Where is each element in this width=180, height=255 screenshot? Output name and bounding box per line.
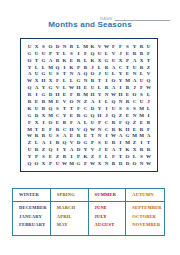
grid-cell-r18c10[interactable]: W bbox=[89, 160, 96, 167]
grid-cell-r4c1[interactable]: Y bbox=[26, 64, 33, 71]
grid-cell-r6c15[interactable]: M bbox=[124, 77, 131, 84]
grid-cell-r4c7[interactable]: K bbox=[68, 64, 75, 71]
grid-cell-r17c5[interactable]: Z bbox=[54, 153, 61, 160]
grid-cell-r2c16[interactable]: R bbox=[131, 50, 138, 57]
grid-cell-r8c10[interactable]: H bbox=[89, 91, 96, 98]
grid-cell-r11c18[interactable]: I bbox=[145, 112, 152, 119]
grid-cell-r16c14[interactable]: T bbox=[117, 146, 124, 153]
grid-cell-r13c14[interactable]: K bbox=[117, 126, 124, 133]
grid-cell-r18c11[interactable]: X bbox=[96, 160, 103, 167]
grid-cell-r6c6[interactable]: L bbox=[61, 77, 68, 84]
grid-cell-r2c14[interactable]: J bbox=[117, 50, 124, 57]
grid-cell-r2c11[interactable]: U bbox=[96, 50, 103, 57]
grid-cell-r18c14[interactable]: D bbox=[117, 160, 124, 167]
grid-cell-r4c6[interactable]: I bbox=[61, 64, 68, 71]
grid-cell-r3c18[interactable]: T bbox=[145, 57, 152, 64]
grid-cell-r6c16[interactable]: A bbox=[131, 77, 138, 84]
grid-cell-r6c11[interactable]: T bbox=[96, 77, 103, 84]
grid-cell-r16c9[interactable]: Y bbox=[82, 146, 89, 153]
grid-cell-r12c2[interactable]: X bbox=[33, 119, 40, 126]
grid-cell-r5c11[interactable]: J bbox=[96, 71, 103, 78]
grid-cell-r3c2[interactable]: T bbox=[33, 57, 40, 64]
grid-cell-r1c14[interactable]: F bbox=[117, 43, 124, 50]
grid-cell-r7c12[interactable]: R bbox=[103, 84, 110, 91]
grid-cell-r9c4[interactable]: M bbox=[47, 98, 54, 105]
grid-cell-r3c11[interactable]: X bbox=[96, 57, 103, 64]
grid-cell-r13c2[interactable]: T bbox=[33, 126, 40, 133]
grid-cell-r1c8[interactable]: L bbox=[75, 43, 82, 50]
grid-cell-r8c8[interactable]: B bbox=[75, 91, 82, 98]
grid-cell-r4c15[interactable]: T bbox=[124, 64, 131, 71]
grid-cell-r14c10[interactable]: T bbox=[89, 133, 96, 140]
grid-cell-r15c4[interactable]: I bbox=[47, 139, 54, 146]
grid-cell-r13c4[interactable]: F bbox=[47, 126, 54, 133]
grid-cell-r9c10[interactable]: A bbox=[89, 98, 96, 105]
grid-cell-r12c11[interactable]: P bbox=[96, 119, 103, 126]
grid-cell-r16c18[interactable]: R bbox=[145, 146, 152, 153]
grid-cell-r12c14[interactable]: F bbox=[117, 119, 124, 126]
grid-cell-r14c15[interactable]: G bbox=[124, 133, 131, 140]
grid-cell-r14c2[interactable]: R bbox=[33, 133, 40, 140]
grid-cell-r16c4[interactable]: Q bbox=[47, 146, 54, 153]
grid-cell-r17c7[interactable]: I bbox=[68, 153, 75, 160]
grid-cell-r9c15[interactable]: R bbox=[124, 98, 131, 105]
grid-cell-r16c8[interactable]: D bbox=[75, 146, 82, 153]
grid-cell-r3c9[interactable]: L bbox=[82, 57, 89, 64]
grid-cell-r6c9[interactable]: N bbox=[82, 77, 89, 84]
grid-cell-r16c12[interactable]: E bbox=[103, 146, 110, 153]
grid-cell-r14c17[interactable]: M bbox=[138, 133, 145, 140]
grid-cell-r15c6[interactable]: Q bbox=[61, 139, 68, 146]
grid-cell-r16c6[interactable]: Y bbox=[61, 146, 68, 153]
grid-cell-r7c15[interactable]: B bbox=[124, 84, 131, 91]
grid-cell-r12c5[interactable]: E bbox=[54, 119, 61, 126]
grid-cell-r3c7[interactable]: E bbox=[68, 57, 75, 64]
grid-cell-r14c11[interactable]: N bbox=[96, 133, 103, 140]
grid-cell-r9c17[interactable]: U bbox=[138, 98, 145, 105]
grid-cell-r18c9[interactable]: F bbox=[82, 160, 89, 167]
grid-cell-r5c5[interactable]: S bbox=[54, 71, 61, 78]
grid-cell-r1c16[interactable]: Y bbox=[131, 43, 138, 50]
grid-cell-r8c11[interactable]: Y bbox=[96, 91, 103, 98]
grid-cell-r8c7[interactable]: F bbox=[68, 91, 75, 98]
grid-cell-r17c6[interactable]: B bbox=[61, 153, 68, 160]
grid-cell-r11c4[interactable]: M bbox=[47, 112, 54, 119]
grid-cell-r13c15[interactable]: H bbox=[124, 126, 131, 133]
grid-cell-r3c13[interactable]: U bbox=[110, 57, 117, 64]
grid-cell-r12c3[interactable]: I bbox=[40, 119, 47, 126]
grid-cell-r10c6[interactable]: T bbox=[61, 105, 68, 112]
grid-cell-r9c16[interactable]: C bbox=[131, 98, 138, 105]
grid-cell-r5c7[interactable]: N bbox=[68, 71, 75, 78]
grid-cell-r10c12[interactable]: I bbox=[103, 105, 110, 112]
grid-cell-r10c9[interactable]: C bbox=[82, 105, 89, 112]
grid-cell-r2c4[interactable]: P bbox=[47, 50, 54, 57]
grid-cell-r12c9[interactable]: L bbox=[82, 119, 89, 126]
grid-cell-r15c13[interactable]: R bbox=[110, 139, 117, 146]
grid-cell-r12c12[interactable]: C bbox=[103, 119, 110, 126]
grid-cell-r2c2[interactable]: U bbox=[33, 50, 40, 57]
grid-cell-r11c12[interactable]: J bbox=[103, 112, 110, 119]
grid-cell-r6c8[interactable]: G bbox=[75, 77, 82, 84]
grid-cell-r14c12[interactable]: I bbox=[103, 133, 110, 140]
grid-cell-r6c12[interactable]: I bbox=[103, 77, 110, 84]
grid-cell-r9c2[interactable]: E bbox=[33, 98, 40, 105]
grid-cell-r8c15[interactable]: E bbox=[124, 91, 131, 98]
grid-cell-r4c13[interactable]: A bbox=[110, 64, 117, 71]
grid-cell-r2c7[interactable]: S bbox=[68, 50, 75, 57]
grid-cell-r14c6[interactable]: A bbox=[61, 133, 68, 140]
grid-cell-r3c4[interactable]: A bbox=[47, 57, 54, 64]
grid-cell-r17c8[interactable]: P bbox=[75, 153, 82, 160]
grid-cell-r1c6[interactable]: N bbox=[61, 43, 68, 50]
grid-cell-r4c2[interactable]: L bbox=[33, 64, 40, 71]
grid-cell-r1c17[interactable]: R bbox=[138, 43, 145, 50]
grid-cell-r6c2[interactable]: X bbox=[33, 77, 40, 84]
grid-cell-r3c15[interactable]: P bbox=[124, 57, 131, 64]
grid-cell-r5c18[interactable]: V bbox=[145, 71, 152, 78]
grid-cell-r4c3[interactable]: L bbox=[40, 64, 47, 71]
grid-cell-r9c8[interactable]: N bbox=[75, 98, 82, 105]
grid-cell-r4c18[interactable]: Z bbox=[145, 64, 152, 71]
grid-cell-r2c3[interactable]: U bbox=[40, 50, 47, 57]
grid-cell-r6c18[interactable]: Q bbox=[145, 77, 152, 84]
grid-cell-r15c11[interactable]: S bbox=[96, 139, 103, 146]
grid-cell-r4c8[interactable]: P bbox=[75, 64, 82, 71]
grid-cell-r17c10[interactable]: Z bbox=[89, 153, 96, 160]
grid-cell-r12c1[interactable]: F bbox=[26, 119, 33, 126]
grid-cell-r8c3[interactable]: G bbox=[40, 91, 47, 98]
grid-cell-r2c18[interactable]: F bbox=[145, 50, 152, 57]
grid-cell-r11c15[interactable]: E bbox=[124, 112, 131, 119]
grid-cell-r9c9[interactable]: Z bbox=[82, 98, 89, 105]
grid-cell-r8c18[interactable]: L bbox=[145, 91, 152, 98]
grid-cell-r8c5[interactable]: H bbox=[54, 91, 61, 98]
grid-cell-r8c9[interactable]: M bbox=[82, 91, 89, 98]
grid-cell-r18c15[interactable]: D bbox=[124, 160, 131, 167]
grid-cell-r17c1[interactable]: Y bbox=[26, 153, 33, 160]
grid-cell-r18c4[interactable]: P bbox=[47, 160, 54, 167]
grid-cell-r16c1[interactable]: U bbox=[26, 146, 33, 153]
grid-cell-r12c17[interactable]: E bbox=[138, 119, 145, 126]
grid-cell-r18c1[interactable]: Q bbox=[26, 160, 33, 167]
grid-cell-r1c1[interactable]: U bbox=[26, 43, 33, 50]
grid-cell-r3c10[interactable]: K bbox=[89, 57, 96, 64]
grid-cell-r2c6[interactable]: L bbox=[61, 50, 68, 57]
grid-cell-r12c4[interactable]: O bbox=[47, 119, 54, 126]
grid-cell-r18c6[interactable]: W bbox=[61, 160, 68, 167]
grid-cell-r16c11[interactable]: J bbox=[96, 146, 103, 153]
grid-cell-r5c12[interactable]: U bbox=[103, 71, 110, 78]
grid-cell-r8c6[interactable]: E bbox=[61, 91, 68, 98]
grid-cell-r6c3[interactable]: H bbox=[40, 77, 47, 84]
grid-cell-r4c14[interactable]: C bbox=[117, 64, 124, 71]
grid-cell-r16c3[interactable]: Z bbox=[40, 146, 47, 153]
grid-cell-r12c6[interactable]: B bbox=[61, 119, 68, 126]
grid-cell-r10c13[interactable]: U bbox=[110, 105, 117, 112]
grid-cell-r16c13[interactable]: A bbox=[110, 146, 117, 153]
grid-cell-r13c11[interactable]: N bbox=[96, 126, 103, 133]
grid-cell-r14c14[interactable]: A bbox=[117, 133, 124, 140]
grid-cell-r12c16[interactable]: Z bbox=[131, 119, 138, 126]
grid-cell-r10c1[interactable]: K bbox=[26, 105, 33, 112]
grid-cell-r15c18[interactable]: T bbox=[145, 139, 152, 146]
grid-cell-r1c15[interactable]: S bbox=[124, 43, 131, 50]
grid-cell-r7c14[interactable]: I bbox=[117, 84, 124, 91]
grid-cell-r1c13[interactable]: F bbox=[110, 43, 117, 50]
grid-cell-r10c16[interactable]: S bbox=[131, 105, 138, 112]
grid-cell-r14c4[interactable]: U bbox=[47, 133, 54, 140]
grid-cell-r15c15[interactable]: M bbox=[124, 139, 131, 146]
grid-cell-r13c8[interactable]: V bbox=[75, 126, 82, 133]
grid-cell-r17c12[interactable]: L bbox=[103, 153, 110, 160]
grid-cell-r14c3[interactable]: B bbox=[40, 133, 47, 140]
grid-cell-r11c8[interactable]: R bbox=[75, 112, 82, 119]
grid-cell-r6c4[interactable]: X bbox=[47, 77, 54, 84]
grid-cell-r14c7[interactable]: E bbox=[68, 133, 75, 140]
grid-cell-r9c14[interactable]: N bbox=[117, 98, 124, 105]
grid-cell-r13c7[interactable]: H bbox=[68, 126, 75, 133]
grid-cell-r3c1[interactable]: O bbox=[26, 57, 33, 64]
grid-cell-r4c12[interactable]: R bbox=[103, 64, 110, 71]
grid-cell-r11c1[interactable]: G bbox=[26, 112, 33, 119]
grid-cell-r9c12[interactable]: L bbox=[103, 98, 110, 105]
grid-cell-r15c10[interactable]: P bbox=[89, 139, 96, 146]
grid-cell-r12c10[interactable]: U bbox=[89, 119, 96, 126]
grid-cell-r10c14[interactable]: S bbox=[117, 105, 124, 112]
grid-cell-r13c5[interactable]: R bbox=[54, 126, 61, 133]
grid-cell-r13c13[interactable]: R bbox=[110, 126, 117, 133]
grid-cell-r13c6[interactable]: C bbox=[61, 126, 68, 133]
grid-cell-r9c3[interactable]: B bbox=[40, 98, 47, 105]
grid-cell-r15c14[interactable]: I bbox=[117, 139, 124, 146]
grid-cell-r17c3[interactable]: S bbox=[40, 153, 47, 160]
grid-cell-r10c11[interactable]: Y bbox=[96, 105, 103, 112]
grid-cell-r12c7[interactable]: F bbox=[68, 119, 75, 126]
grid-cell-r7c4[interactable]: G bbox=[47, 84, 54, 91]
grid-cell-r8c12[interactable]: N bbox=[103, 91, 110, 98]
grid-cell-r18c16[interactable]: O bbox=[131, 160, 138, 167]
grid-cell-r7c2[interactable]: A bbox=[33, 84, 40, 91]
grid-cell-r9c18[interactable]: J bbox=[145, 98, 152, 105]
grid-cell-r8c13[interactable]: W bbox=[110, 91, 117, 98]
grid-cell-r3c17[interactable]: X bbox=[138, 57, 145, 64]
grid-cell-r16c7[interactable]: A bbox=[68, 146, 75, 153]
grid-cell-r17c17[interactable]: S bbox=[138, 153, 145, 160]
grid-cell-r7c18[interactable]: W bbox=[145, 84, 152, 91]
grid-cell-r14c18[interactable]: A bbox=[145, 133, 152, 140]
grid-cell-r1c12[interactable]: W bbox=[103, 43, 110, 50]
grid-cell-r16c16[interactable]: X bbox=[131, 146, 138, 153]
grid-cell-r4c16[interactable]: U bbox=[131, 64, 138, 71]
grid-cell-r10c2[interactable]: U bbox=[33, 105, 40, 112]
grid-cell-r17c13[interactable]: F bbox=[110, 153, 117, 160]
grid-cell-r14c13[interactable]: W bbox=[110, 133, 117, 140]
grid-cell-r14c5[interactable]: S bbox=[54, 133, 61, 140]
grid-cell-r1c7[interactable]: B bbox=[68, 43, 75, 50]
grid-cell-r6c7[interactable]: L bbox=[68, 77, 75, 84]
grid-cell-r18c18[interactable]: W bbox=[145, 160, 152, 167]
grid-cell-r11c7[interactable]: E bbox=[68, 112, 75, 119]
grid-cell-r17c16[interactable]: L bbox=[131, 153, 138, 160]
grid-cell-r18c17[interactable]: N bbox=[138, 160, 145, 167]
grid-cell-r5c4[interactable]: U bbox=[47, 71, 54, 78]
grid-cell-r17c11[interactable]: J bbox=[96, 153, 103, 160]
grid-cell-r10c10[interactable]: D bbox=[89, 105, 96, 112]
grid-cell-r9c6[interactable]: V bbox=[61, 98, 68, 105]
grid-cell-r11c16[interactable]: N bbox=[131, 112, 138, 119]
grid-cell-r1c18[interactable]: U bbox=[145, 43, 152, 50]
grid-cell-r11c6[interactable]: Y bbox=[61, 112, 68, 119]
grid-cell-r2c15[interactable]: E bbox=[124, 50, 131, 57]
grid-cell-r4c10[interactable]: J bbox=[89, 64, 96, 71]
grid-cell-r18c12[interactable]: N bbox=[103, 160, 110, 167]
grid-cell-r16c17[interactable]: R bbox=[138, 146, 145, 153]
grid-cell-r15c7[interactable]: V bbox=[68, 139, 75, 146]
grid-cell-r13c16[interactable]: E bbox=[131, 126, 138, 133]
grid-cell-r1c9[interactable]: M bbox=[82, 43, 89, 50]
grid-cell-r13c17[interactable]: R bbox=[138, 126, 145, 133]
grid-cell-r2c5[interactable]: Y bbox=[54, 50, 61, 57]
grid-cell-r5c10[interactable]: O bbox=[89, 71, 96, 78]
grid-cell-r5c14[interactable]: Y bbox=[117, 71, 124, 78]
grid-cell-r2c9[interactable]: F bbox=[82, 50, 89, 57]
grid-cell-r3c12[interactable]: G bbox=[103, 57, 110, 64]
grid-cell-r1c11[interactable]: V bbox=[96, 43, 103, 50]
grid-cell-r5c6[interactable]: T bbox=[61, 71, 68, 78]
grid-cell-r8c14[interactable]: H bbox=[117, 91, 124, 98]
grid-cell-r18c5[interactable]: U bbox=[54, 160, 61, 167]
grid-cell-r10c7[interactable]: T bbox=[68, 105, 75, 112]
grid-cell-r13c10[interactable]: W bbox=[89, 126, 96, 133]
grid-cell-r13c3[interactable]: E bbox=[40, 126, 47, 133]
grid-cell-r4c11[interactable]: L bbox=[96, 64, 103, 71]
grid-cell-r3c6[interactable]: K bbox=[61, 57, 68, 64]
grid-cell-r15c8[interactable]: D bbox=[75, 139, 82, 146]
grid-cell-r1c5[interactable]: D bbox=[54, 43, 61, 50]
grid-cell-r7c5[interactable]: V bbox=[54, 84, 61, 91]
grid-cell-r10c5[interactable]: S bbox=[54, 105, 61, 112]
grid-cell-r3c3[interactable]: G bbox=[40, 57, 47, 64]
grid-cell-r7c11[interactable]: L bbox=[96, 84, 103, 91]
grid-cell-r13c12[interactable]: C bbox=[103, 126, 110, 133]
grid-cell-r16c15[interactable]: K bbox=[124, 146, 131, 153]
grid-cell-r8c2[interactable]: I bbox=[33, 91, 40, 98]
grid-cell-r7c17[interactable]: F bbox=[138, 84, 145, 91]
grid-cell-r6c17[interactable]: U bbox=[138, 77, 145, 84]
grid-cell-r15c16[interactable]: Z bbox=[131, 139, 138, 146]
grid-cell-r6c10[interactable]: R bbox=[89, 77, 96, 84]
grid-cell-r10c8[interactable]: F bbox=[75, 105, 82, 112]
grid-cell-r11c3[interactable]: X bbox=[40, 112, 47, 119]
grid-cell-r9c1[interactable]: R bbox=[26, 98, 33, 105]
grid-cell-r15c1[interactable]: Z bbox=[26, 139, 33, 146]
grid-cell-r18c3[interactable]: X bbox=[40, 160, 47, 167]
grid-cell-r7c6[interactable]: L bbox=[61, 84, 68, 91]
grid-cell-r2c10[interactable]: Q bbox=[89, 50, 96, 57]
grid-cell-r6c13[interactable]: O bbox=[110, 77, 117, 84]
grid-cell-r14c9[interactable]: E bbox=[82, 133, 89, 140]
grid-cell-r1c4[interactable]: O bbox=[47, 43, 54, 50]
grid-cell-r12c13[interactable]: R bbox=[110, 119, 117, 126]
grid-cell-r1c3[interactable]: S bbox=[40, 43, 47, 50]
grid-cell-r15c9[interactable]: G bbox=[82, 139, 89, 146]
grid-cell-r15c5[interactable]: R bbox=[54, 139, 61, 146]
grid-cell-r15c3[interactable]: A bbox=[40, 139, 47, 146]
grid-cell-r4c5[interactable]: Q bbox=[54, 64, 61, 71]
grid-cell-r16c5[interactable]: I bbox=[54, 146, 61, 153]
grid-cell-r12c18[interactable]: B bbox=[145, 119, 152, 126]
grid-cell-r4c4[interactable]: M bbox=[47, 64, 54, 71]
grid-cell-r12c15[interactable]: Q bbox=[124, 119, 131, 126]
grid-cell-r7c16[interactable]: J bbox=[131, 84, 138, 91]
grid-cell-r15c12[interactable]: E bbox=[103, 139, 110, 146]
grid-cell-r5c8[interactable]: A bbox=[75, 71, 82, 78]
grid-cell-r11c5[interactable]: C bbox=[54, 112, 61, 119]
grid-cell-r9c11[interactable]: I bbox=[96, 98, 103, 105]
grid-cell-r7c7[interactable]: W bbox=[68, 84, 75, 91]
grid-cell-r8c4[interactable]: D bbox=[47, 91, 54, 98]
grid-cell-r18c8[interactable]: G bbox=[75, 160, 82, 167]
grid-cell-r7c9[interactable]: E bbox=[82, 84, 89, 91]
grid-cell-r4c9[interactable]: B bbox=[82, 64, 89, 71]
grid-cell-r2c17[interactable]: B bbox=[138, 50, 145, 57]
grid-cell-r17c18[interactable]: W bbox=[145, 153, 152, 160]
grid-cell-r17c15[interactable]: O bbox=[124, 153, 131, 160]
grid-cell-r3c5[interactable]: R bbox=[54, 57, 61, 64]
grid-cell-r17c4[interactable]: E bbox=[47, 153, 54, 160]
grid-cell-r11c9[interactable]: G bbox=[82, 112, 89, 119]
grid-cell-r1c10[interactable]: K bbox=[89, 43, 96, 50]
grid-cell-r15c17[interactable]: I bbox=[138, 139, 145, 146]
grid-cell-r5c2[interactable]: U bbox=[33, 71, 40, 78]
grid-cell-r7c13[interactable]: A bbox=[110, 84, 117, 91]
grid-cell-r13c9[interactable]: Q bbox=[82, 126, 89, 133]
grid-cell-r5c13[interactable]: L bbox=[110, 71, 117, 78]
grid-cell-r10c3[interactable]: B bbox=[40, 105, 47, 112]
grid-cell-r17c2[interactable]: P bbox=[33, 153, 40, 160]
grid-cell-r14c1[interactable]: W bbox=[26, 133, 33, 140]
grid-cell-r7c1[interactable]: Q bbox=[26, 84, 33, 91]
grid-cell-r9c13[interactable]: Q bbox=[110, 98, 117, 105]
grid-cell-r5c17[interactable]: L bbox=[138, 71, 145, 78]
grid-cell-r16c10[interactable]: V bbox=[89, 146, 96, 153]
grid-cell-r10c15[interactable]: S bbox=[124, 105, 131, 112]
grid-cell-r11c10[interactable]: Q bbox=[89, 112, 96, 119]
grid-cell-r6c1[interactable]: W bbox=[26, 77, 33, 84]
grid-cell-r6c5[interactable]: F bbox=[54, 77, 61, 84]
grid-cell-r11c11[interactable]: H bbox=[96, 112, 103, 119]
grid-cell-r2c8[interactable]: I bbox=[75, 50, 82, 57]
grid-cell-r10c17[interactable]: M bbox=[138, 105, 145, 112]
grid-cell-r17c9[interactable]: K bbox=[82, 153, 89, 160]
grid-cell-r5c3[interactable]: G bbox=[40, 71, 47, 78]
grid-cell-r13c1[interactable]: M bbox=[26, 126, 33, 133]
grid-cell-r9c5[interactable]: E bbox=[54, 98, 61, 105]
grid-cell-r18c7[interactable]: M bbox=[68, 160, 75, 167]
grid-cell-r4c17[interactable]: R bbox=[138, 64, 145, 71]
grid-cell-r8c16[interactable]: O bbox=[131, 91, 138, 98]
grid-cell-r10c4[interactable]: Q bbox=[47, 105, 54, 112]
grid-cell-r13c18[interactable]: F bbox=[145, 126, 152, 133]
grid-cell-r11c2[interactable]: D bbox=[33, 112, 40, 119]
grid-cell-r5c1[interactable]: A bbox=[26, 71, 33, 78]
grid-cell-r12c8[interactable]: A bbox=[75, 119, 82, 126]
grid-cell-r8c17[interactable]: S bbox=[138, 91, 145, 98]
grid-cell-r15c2[interactable]: L bbox=[33, 139, 40, 146]
grid-cell-r14c16[interactable]: M bbox=[131, 133, 138, 140]
grid-cell-r2c1[interactable]: G bbox=[26, 50, 33, 57]
